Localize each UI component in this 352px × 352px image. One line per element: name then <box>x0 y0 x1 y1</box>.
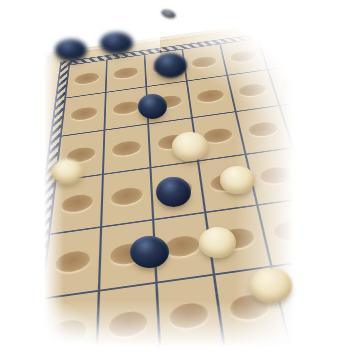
game-piece-black[interactable] <box>130 236 169 268</box>
photo-stage <box>0 0 352 352</box>
pieces-layer <box>0 0 352 352</box>
game-piece-black[interactable] <box>100 32 133 54</box>
game-piece-white[interactable] <box>220 166 255 194</box>
game-piece-white[interactable] <box>51 159 83 184</box>
game-piece-white[interactable] <box>250 268 292 303</box>
game-piece-white[interactable] <box>172 132 208 161</box>
game-piece-black[interactable] <box>55 39 87 61</box>
game-piece-black[interactable] <box>138 94 167 119</box>
game-piece-black[interactable] <box>154 53 187 78</box>
game-piece-black[interactable] <box>156 177 191 207</box>
game-piece-white[interactable] <box>199 227 236 258</box>
